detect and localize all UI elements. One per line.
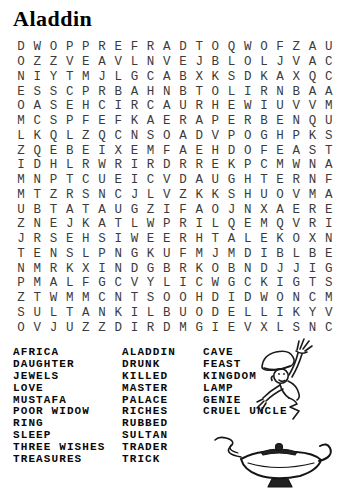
grid-cell[interactable]: K <box>191 261 207 276</box>
grid-cell[interactable]: E <box>223 320 239 335</box>
grid-cell[interactable]: G <box>256 129 272 144</box>
grid-cell[interactable]: L <box>126 55 142 70</box>
grid-cell[interactable]: V <box>288 188 304 203</box>
grid-cell[interactable]: F <box>159 143 175 158</box>
grid-cell[interactable]: I <box>13 158 29 173</box>
grid-cell[interactable]: J <box>288 261 304 276</box>
grid-cell[interactable]: S <box>45 84 61 99</box>
grid-cell[interactable]: O <box>256 40 272 55</box>
grid-cell[interactable]: I <box>240 84 256 99</box>
grid-cell[interactable]: U <box>321 114 337 129</box>
grid-cell[interactable]: B <box>62 143 78 158</box>
grid-cell[interactable]: I <box>94 143 110 158</box>
grid-cell[interactable]: X <box>110 143 126 158</box>
grid-cell[interactable]: L <box>288 247 304 262</box>
grid-cell[interactable]: R <box>304 202 320 217</box>
grid-cell[interactable]: N <box>94 306 110 321</box>
grid-cell[interactable]: T <box>78 202 94 217</box>
grid-cell[interactable]: O <box>288 232 304 247</box>
grid-cell[interactable]: X <box>78 261 94 276</box>
grid-cell[interactable]: H <box>207 99 223 114</box>
grid-cell[interactable]: P <box>223 129 239 144</box>
grid-cell[interactable]: Z <box>13 143 29 158</box>
grid-cell[interactable]: R <box>175 217 191 232</box>
grid-cell[interactable]: I <box>207 320 223 335</box>
grid-cell[interactable]: Y <box>45 70 61 85</box>
grid-cell[interactable]: Z <box>78 320 94 335</box>
grid-cell[interactable]: C <box>321 55 337 70</box>
grid-cell[interactable]: U <box>94 173 110 188</box>
grid-cell[interactable]: O <box>45 40 61 55</box>
grid-cell[interactable]: M <box>321 291 337 306</box>
grid-cell[interactable]: S <box>13 306 29 321</box>
grid-cell[interactable]: B <box>175 84 191 99</box>
grid-cell[interactable]: L <box>240 306 256 321</box>
grid-cell[interactable]: N <box>304 158 320 173</box>
grid-cell[interactable]: T <box>29 188 45 203</box>
grid-cell[interactable]: O <box>13 55 29 70</box>
grid-cell[interactable]: K <box>223 158 239 173</box>
grid-cell[interactable]: O <box>240 55 256 70</box>
grid-cell[interactable]: R <box>175 232 191 247</box>
grid-cell[interactable]: J <box>45 320 61 335</box>
grid-cell[interactable]: K <box>191 188 207 203</box>
grid-cell[interactable]: C <box>240 276 256 291</box>
grid-cell[interactable]: G <box>126 202 142 217</box>
grid-cell[interactable]: O <box>13 320 29 335</box>
grid-cell[interactable]: N <box>29 217 45 232</box>
grid-cell[interactable]: L <box>126 217 142 232</box>
grid-cell[interactable]: E <box>240 217 256 232</box>
grid-cell[interactable]: S <box>321 276 337 291</box>
grid-cell[interactable]: U <box>13 202 29 217</box>
grid-cell[interactable]: R <box>143 40 159 55</box>
grid-cell[interactable]: T <box>62 173 78 188</box>
grid-cell[interactable]: C <box>62 84 78 99</box>
grid-cell[interactable]: G <box>223 173 239 188</box>
grid-cell[interactable]: D <box>240 70 256 85</box>
grid-cell[interactable]: W <box>207 276 223 291</box>
grid-cell[interactable]: A <box>45 276 61 291</box>
grid-cell[interactable]: R <box>110 158 126 173</box>
grid-cell[interactable]: I <box>110 232 126 247</box>
grid-cell[interactable]: K <box>29 129 45 144</box>
grid-cell[interactable]: N <box>110 247 126 262</box>
grid-cell[interactable]: W <box>256 291 272 306</box>
grid-cell[interactable]: B <box>29 202 45 217</box>
grid-cell[interactable]: Z <box>78 129 94 144</box>
grid-cell[interactable]: E <box>78 143 94 158</box>
grid-cell[interactable]: E <box>78 55 94 70</box>
grid-cell[interactable]: L <box>272 320 288 335</box>
grid-cell[interactable]: V <box>159 188 175 203</box>
grid-cell[interactable]: E <box>272 143 288 158</box>
grid-cell[interactable]: F <box>126 40 142 55</box>
grid-cell[interactable]: S <box>29 84 45 99</box>
grid-cell[interactable]: D <box>13 40 29 55</box>
grid-cell[interactable]: A <box>126 84 142 99</box>
grid-cell[interactable]: L <box>13 129 29 144</box>
grid-cell[interactable]: A <box>191 202 207 217</box>
grid-cell[interactable]: O <box>207 261 223 276</box>
grid-cell[interactable]: A <box>304 40 320 55</box>
grid-cell[interactable]: D <box>223 143 239 158</box>
grid-cell[interactable]: R <box>240 114 256 129</box>
grid-cell[interactable]: Q <box>29 143 45 158</box>
grid-cell[interactable]: G <box>321 261 337 276</box>
grid-cell[interactable]: T <box>126 291 142 306</box>
grid-cell[interactable]: I <box>175 276 191 291</box>
grid-cell[interactable]: F <box>175 247 191 262</box>
grid-cell[interactable]: K <box>62 261 78 276</box>
grid-cell[interactable]: O <box>207 40 223 55</box>
grid-cell[interactable]: A <box>78 306 94 321</box>
grid-cell[interactable]: A <box>62 202 78 217</box>
grid-cell[interactable]: L <box>78 247 94 262</box>
grid-cell[interactable]: B <box>159 306 175 321</box>
grid-cell[interactable]: K <box>78 217 94 232</box>
grid-cell[interactable]: A <box>272 70 288 85</box>
grid-cell[interactable]: M <box>29 261 45 276</box>
grid-cell[interactable]: A <box>272 202 288 217</box>
grid-cell[interactable]: T <box>110 217 126 232</box>
grid-cell[interactable]: D <box>159 320 175 335</box>
grid-cell[interactable]: P <box>78 40 94 55</box>
grid-cell[interactable]: D <box>175 173 191 188</box>
grid-cell[interactable]: A <box>159 99 175 114</box>
grid-cell[interactable]: B <box>223 261 239 276</box>
grid-cell[interactable]: H <box>191 291 207 306</box>
grid-cell[interactable]: K <box>110 306 126 321</box>
grid-cell[interactable]: N <box>159 84 175 99</box>
grid-cell[interactable]: T <box>62 70 78 85</box>
grid-cell[interactable]: J <box>13 232 29 247</box>
grid-cell[interactable]: O <box>175 291 191 306</box>
grid-cell[interactable]: K <box>288 306 304 321</box>
grid-cell[interactable]: V <box>288 99 304 114</box>
grid-cell[interactable]: W <box>94 158 110 173</box>
grid-cell[interactable]: T <box>13 247 29 262</box>
grid-cell[interactable]: S <box>143 291 159 306</box>
grid-cell[interactable]: F <box>78 114 94 129</box>
grid-cell[interactable]: A <box>159 70 175 85</box>
grid-cell[interactable]: S <box>143 129 159 144</box>
grid-cell[interactable]: N <box>110 261 126 276</box>
grid-cell[interactable]: F <box>272 40 288 55</box>
grid-cell[interactable]: S <box>304 143 320 158</box>
grid-cell[interactable]: H <box>191 232 207 247</box>
grid-cell[interactable]: F <box>175 202 191 217</box>
grid-cell[interactable]: R <box>94 40 110 55</box>
grid-cell[interactable]: V <box>62 55 78 70</box>
grid-cell[interactable]: V <box>159 55 175 70</box>
grid-cell[interactable]: E <box>223 99 239 114</box>
grid-cell[interactable]: A <box>304 84 320 99</box>
grid-cell[interactable]: J <box>272 261 288 276</box>
grid-cell[interactable]: Z <box>13 217 29 232</box>
grid-cell[interactable]: B <box>272 247 288 262</box>
grid-cell[interactable]: I <box>272 306 288 321</box>
grid-cell[interactable]: P <box>159 217 175 232</box>
grid-cell[interactable]: D <box>256 261 272 276</box>
grid-cell[interactable]: B <box>256 114 272 129</box>
grid-cell[interactable]: N <box>304 173 320 188</box>
grid-cell[interactable]: R <box>94 84 110 99</box>
grid-cell[interactable]: G <box>191 320 207 335</box>
grid-cell[interactable]: W <box>240 99 256 114</box>
grid-cell[interactable]: T <box>256 173 272 188</box>
grid-cell[interactable]: T <box>304 276 320 291</box>
grid-cell[interactable]: E <box>223 306 239 321</box>
grid-cell[interactable]: R <box>45 261 61 276</box>
grid-cell[interactable]: U <box>110 202 126 217</box>
grid-cell[interactable]: C <box>110 188 126 203</box>
grid-cell[interactable]: M <box>78 291 94 306</box>
grid-cell[interactable]: A <box>191 114 207 129</box>
grid-cell[interactable]: E <box>13 84 29 99</box>
grid-cell[interactable]: X <box>256 202 272 217</box>
grid-cell[interactable]: L <box>256 55 272 70</box>
grid-cell[interactable]: M <box>13 173 29 188</box>
grid-cell[interactable]: M <box>321 99 337 114</box>
grid-cell[interactable]: H <box>207 143 223 158</box>
grid-cell[interactable]: I <box>191 217 207 232</box>
grid-cell[interactable]: M <box>223 247 239 262</box>
grid-cell[interactable]: M <box>272 158 288 173</box>
grid-cell[interactable]: Z <box>45 188 61 203</box>
grid-cell[interactable]: O <box>159 291 175 306</box>
grid-cell[interactable]: I <box>256 247 272 262</box>
grid-cell[interactable]: L <box>62 276 78 291</box>
grid-cell[interactable]: H <box>143 84 159 99</box>
grid-cell[interactable]: L <box>207 217 223 232</box>
grid-cell[interactable]: N <box>110 291 126 306</box>
grid-cell[interactable]: I <box>321 217 337 232</box>
grid-cell[interactable]: H <box>45 158 61 173</box>
grid-cell[interactable]: V <box>240 320 256 335</box>
grid-cell[interactable]: I <box>126 320 142 335</box>
grid-cell[interactable]: P <box>207 114 223 129</box>
grid-cell[interactable]: C <box>143 70 159 85</box>
grid-cell[interactable]: K <box>272 232 288 247</box>
grid-cell[interactable]: C <box>110 129 126 144</box>
grid-cell[interactable]: U <box>272 99 288 114</box>
grid-cell[interactable]: R <box>29 232 45 247</box>
grid-cell[interactable]: J <box>126 188 142 203</box>
grid-cell[interactable]: G <box>288 276 304 291</box>
grid-cell[interactable]: V <box>29 320 45 335</box>
grid-cell[interactable]: S <box>223 70 239 85</box>
grid-cell[interactable]: W <box>288 158 304 173</box>
grid-cell[interactable]: X <box>288 70 304 85</box>
grid-cell[interactable]: N <box>45 247 61 262</box>
grid-cell[interactable]: Y <box>143 276 159 291</box>
grid-cell[interactable]: K <box>126 114 142 129</box>
grid-cell[interactable]: P <box>288 129 304 144</box>
grid-cell[interactable]: W <box>29 40 45 55</box>
grid-cell[interactable]: J <box>272 55 288 70</box>
grid-cell[interactable]: E <box>62 232 78 247</box>
grid-cell[interactable]: H <box>78 232 94 247</box>
grid-cell[interactable]: M <box>62 291 78 306</box>
grid-cell[interactable]: A <box>321 158 337 173</box>
grid-cell[interactable]: O <box>207 202 223 217</box>
grid-cell[interactable]: I <box>126 306 142 321</box>
grid-cell[interactable]: K <box>304 129 320 144</box>
grid-cell[interactable]: N <box>126 129 142 144</box>
grid-cell[interactable]: R <box>62 188 78 203</box>
grid-cell[interactable]: I <box>159 202 175 217</box>
grid-cell[interactable]: S <box>45 114 61 129</box>
grid-cell[interactable]: C <box>304 291 320 306</box>
grid-cell[interactable]: O <box>159 129 175 144</box>
grid-cell[interactable]: Z <box>94 320 110 335</box>
grid-cell[interactable]: T <box>321 143 337 158</box>
grid-cell[interactable]: E <box>62 99 78 114</box>
grid-cell[interactable]: S <box>62 247 78 262</box>
grid-cell[interactable]: A <box>175 143 191 158</box>
grid-cell[interactable]: C <box>143 173 159 188</box>
grid-cell[interactable]: V <box>288 55 304 70</box>
grid-cell[interactable]: H <box>272 129 288 144</box>
grid-cell[interactable]: C <box>110 276 126 291</box>
grid-cell[interactable]: C <box>94 99 110 114</box>
grid-cell[interactable]: M <box>256 217 272 232</box>
grid-cell[interactable]: W <box>45 291 61 306</box>
grid-cell[interactable]: E <box>272 173 288 188</box>
grid-cell[interactable]: P <box>78 84 94 99</box>
grid-cell[interactable]: E <box>272 114 288 129</box>
grid-cell[interactable]: G <box>94 276 110 291</box>
grid-cell[interactable]: O <box>207 84 223 99</box>
grid-cell[interactable]: I <box>126 158 142 173</box>
grid-cell[interactable]: R <box>304 217 320 232</box>
grid-cell[interactable]: Z <box>143 202 159 217</box>
grid-cell[interactable]: Y <box>304 306 320 321</box>
grid-cell[interactable]: R <box>126 99 142 114</box>
grid-cell[interactable]: R <box>191 158 207 173</box>
grid-cell[interactable]: J <box>191 55 207 70</box>
grid-cell[interactable]: V <box>110 55 126 70</box>
grid-cell[interactable]: X <box>256 320 272 335</box>
grid-cell[interactable]: M <box>13 188 29 203</box>
grid-cell[interactable]: A <box>143 114 159 129</box>
grid-cell[interactable]: U <box>175 99 191 114</box>
grid-cell[interactable]: E <box>45 217 61 232</box>
grid-cell[interactable]: O <box>272 188 288 203</box>
grid-cell[interactable]: V <box>321 306 337 321</box>
grid-cell[interactable]: D <box>207 306 223 321</box>
grid-cell[interactable]: J <box>94 70 110 85</box>
grid-cell[interactable]: Z <box>13 291 29 306</box>
grid-cell[interactable]: P <box>62 40 78 55</box>
grid-cell[interactable]: M <box>191 247 207 262</box>
grid-cell[interactable]: P <box>240 158 256 173</box>
grid-cell[interactable]: E <box>223 114 239 129</box>
grid-cell[interactable]: I <box>94 261 110 276</box>
grid-cell[interactable]: A <box>288 143 304 158</box>
grid-cell[interactable]: F <box>321 173 337 188</box>
grid-cell[interactable]: D <box>159 158 175 173</box>
grid-cell[interactable]: E <box>321 202 337 217</box>
grid-cell[interactable]: H <box>78 99 94 114</box>
grid-cell[interactable]: R <box>191 99 207 114</box>
grid-cell[interactable]: D <box>110 320 126 335</box>
grid-cell[interactable]: E <box>175 55 191 70</box>
grid-cell[interactable]: J <box>207 247 223 262</box>
grid-cell[interactable]: Z <box>29 55 45 70</box>
grid-cell[interactable]: B <box>288 84 304 99</box>
grid-cell[interactable]: E <box>29 247 45 262</box>
grid-cell[interactable]: L <box>223 84 239 99</box>
grid-cell[interactable]: V <box>126 276 142 291</box>
grid-cell[interactable]: Q <box>272 217 288 232</box>
grid-cell[interactable]: D <box>240 247 256 262</box>
grid-cell[interactable]: E <box>159 232 175 247</box>
grid-cell[interactable]: R <box>288 173 304 188</box>
grid-cell[interactable]: V <box>207 129 223 144</box>
grid-cell[interactable]: R <box>256 84 272 99</box>
grid-cell[interactable]: N <box>143 55 159 70</box>
grid-cell[interactable]: Z <box>288 40 304 55</box>
grid-cell[interactable]: C <box>29 114 45 129</box>
grid-cell[interactable]: M <box>13 114 29 129</box>
grid-cell[interactable]: R <box>175 158 191 173</box>
grid-cell[interactable]: H <box>240 173 256 188</box>
grid-cell[interactable]: U <box>159 247 175 262</box>
grid-cell[interactable]: S <box>321 129 337 144</box>
grid-cell[interactable]: L <box>256 306 272 321</box>
grid-cell[interactable]: K <box>256 276 272 291</box>
grid-cell[interactable]: M <box>175 320 191 335</box>
grid-cell[interactable]: Q <box>45 129 61 144</box>
grid-cell[interactable]: A <box>159 40 175 55</box>
grid-cell[interactable]: A <box>94 202 110 217</box>
grid-cell[interactable]: B <box>175 70 191 85</box>
grid-cell[interactable]: C <box>94 291 110 306</box>
grid-cell[interactable]: G <box>223 276 239 291</box>
grid-cell[interactable]: A <box>29 99 45 114</box>
grid-cell[interactable]: U <box>207 173 223 188</box>
grid-cell[interactable]: R <box>78 158 94 173</box>
grid-cell[interactable]: U <box>256 188 272 203</box>
grid-cell[interactable]: N <box>288 291 304 306</box>
grid-cell[interactable]: V <box>159 173 175 188</box>
grid-cell[interactable]: E <box>110 173 126 188</box>
grid-cell[interactable]: A <box>94 55 110 70</box>
grid-cell[interactable]: H <box>240 188 256 203</box>
grid-cell[interactable]: E <box>45 143 61 158</box>
grid-cell[interactable]: M <box>29 276 45 291</box>
grid-cell[interactable]: N <box>272 84 288 99</box>
grid-cell[interactable]: E <box>207 158 223 173</box>
grid-cell[interactable]: D <box>240 291 256 306</box>
grid-cell[interactable]: S <box>45 232 61 247</box>
grid-cell[interactable]: T <box>191 84 207 99</box>
grid-cell[interactable]: G <box>126 70 142 85</box>
grid-cell[interactable]: R <box>143 158 159 173</box>
grid-cell[interactable]: O <box>240 129 256 144</box>
grid-cell[interactable]: K <box>207 188 223 203</box>
grid-cell[interactable]: E <box>191 143 207 158</box>
grid-cell[interactable]: S <box>78 188 94 203</box>
grid-cell[interactable]: L <box>110 70 126 85</box>
grid-cell[interactable]: C <box>321 70 337 85</box>
grid-cell[interactable]: P <box>13 276 29 291</box>
grid-cell[interactable]: K <box>143 247 159 262</box>
grid-cell[interactable]: S <box>288 320 304 335</box>
grid-cell[interactable]: K <box>207 70 223 85</box>
